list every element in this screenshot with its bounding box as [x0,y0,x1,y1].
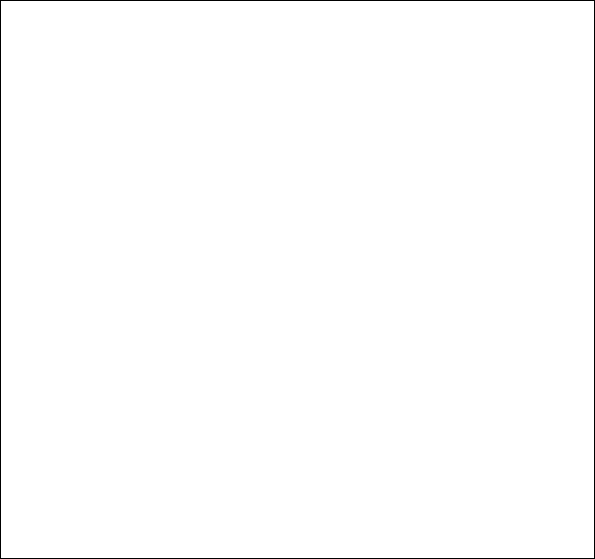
chess-diagram [0,0,595,559]
